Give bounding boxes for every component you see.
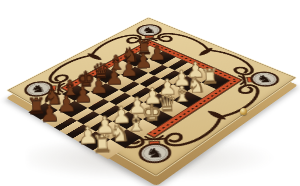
chess-set-photo: ♞ ♞ ♞ ♞	[0, 0, 300, 186]
piece-black-pawn[interactable]: ♟	[39, 102, 60, 125]
knight-medallion-icon: ♞	[255, 73, 275, 86]
brass-clasp	[240, 108, 247, 115]
knight-medallion-icon: ♞	[141, 25, 157, 35]
knight-medallion-icon: ♞	[145, 145, 165, 161]
board-tilt-wrapper: ♞ ♞ ♞ ♞	[0, 0, 300, 186]
piece-white-rook[interactable]: ♜	[91, 132, 113, 157]
chess-board: ♞ ♞ ♞ ♞	[6, 17, 297, 177]
board-face: ♞ ♞ ♞ ♞	[6, 17, 297, 177]
